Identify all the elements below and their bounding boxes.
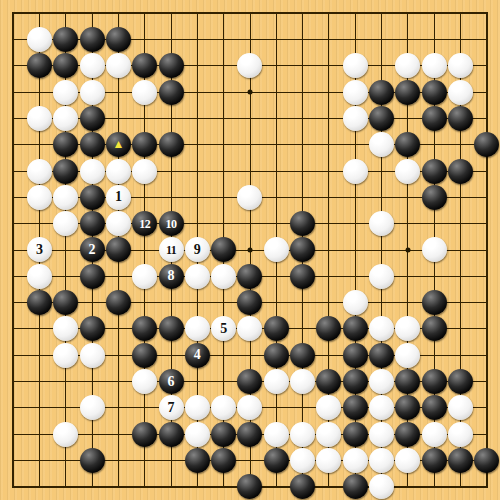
intersection[interactable] <box>395 105 421 131</box>
intersection[interactable] <box>184 105 210 131</box>
intersection[interactable] <box>447 263 473 289</box>
intersection[interactable] <box>0 474 26 500</box>
intersection[interactable] <box>395 79 421 105</box>
intersection[interactable] <box>184 289 210 315</box>
intersection[interactable] <box>421 289 447 315</box>
intersection[interactable] <box>474 105 500 131</box>
intersection[interactable] <box>132 316 158 342</box>
intersection[interactable] <box>79 289 105 315</box>
intersection[interactable] <box>79 184 105 210</box>
intersection[interactable] <box>474 447 500 473</box>
intersection[interactable] <box>132 79 158 105</box>
intersection[interactable] <box>211 421 237 447</box>
intersection[interactable] <box>447 342 473 368</box>
intersection[interactable] <box>184 421 210 447</box>
intersection[interactable] <box>53 184 79 210</box>
intersection[interactable] <box>211 474 237 500</box>
intersection[interactable]: 9 <box>184 237 210 263</box>
intersection[interactable] <box>237 211 263 237</box>
intersection[interactable] <box>237 237 263 263</box>
intersection[interactable] <box>447 368 473 394</box>
intersection[interactable] <box>26 447 52 473</box>
intersection[interactable] <box>26 316 52 342</box>
intersection[interactable] <box>421 237 447 263</box>
intersection[interactable] <box>105 237 131 263</box>
intersection[interactable] <box>0 79 26 105</box>
intersection[interactable] <box>132 0 158 26</box>
intersection[interactable] <box>184 316 210 342</box>
intersection[interactable] <box>79 211 105 237</box>
intersection[interactable] <box>26 132 52 158</box>
intersection[interactable] <box>79 105 105 131</box>
intersection[interactable] <box>395 368 421 394</box>
intersection[interactable] <box>395 474 421 500</box>
intersection[interactable] <box>79 0 105 26</box>
intersection[interactable] <box>0 105 26 131</box>
intersection[interactable] <box>421 421 447 447</box>
intersection[interactable] <box>474 395 500 421</box>
intersection[interactable] <box>53 26 79 52</box>
intersection[interactable] <box>368 263 394 289</box>
intersection[interactable] <box>105 211 131 237</box>
intersection[interactable] <box>289 79 315 105</box>
intersection[interactable] <box>158 421 184 447</box>
intersection[interactable] <box>474 421 500 447</box>
intersection[interactable] <box>184 263 210 289</box>
intersection[interactable] <box>79 263 105 289</box>
intersection[interactable] <box>237 0 263 26</box>
intersection[interactable] <box>0 26 26 52</box>
intersection[interactable] <box>342 289 368 315</box>
intersection[interactable] <box>263 79 289 105</box>
intersection[interactable] <box>316 53 342 79</box>
intersection[interactable] <box>421 184 447 210</box>
intersection[interactable] <box>53 316 79 342</box>
intersection[interactable] <box>53 342 79 368</box>
intersection[interactable] <box>26 474 52 500</box>
intersection[interactable] <box>447 79 473 105</box>
intersection[interactable] <box>211 158 237 184</box>
intersection[interactable] <box>0 53 26 79</box>
intersection[interactable] <box>0 132 26 158</box>
intersection[interactable] <box>447 316 473 342</box>
intersection[interactable] <box>395 289 421 315</box>
intersection[interactable] <box>237 132 263 158</box>
intersection[interactable] <box>421 53 447 79</box>
intersection[interactable] <box>237 184 263 210</box>
intersection[interactable] <box>474 289 500 315</box>
intersection[interactable] <box>395 263 421 289</box>
intersection[interactable] <box>263 237 289 263</box>
intersection[interactable] <box>395 26 421 52</box>
intersection[interactable] <box>158 184 184 210</box>
intersection[interactable] <box>184 158 210 184</box>
intersection[interactable] <box>474 211 500 237</box>
intersection[interactable] <box>237 79 263 105</box>
intersection[interactable] <box>184 184 210 210</box>
intersection[interactable] <box>105 158 131 184</box>
intersection[interactable] <box>447 26 473 52</box>
intersection[interactable] <box>79 26 105 52</box>
intersection[interactable] <box>158 53 184 79</box>
intersection[interactable] <box>211 79 237 105</box>
intersection[interactable] <box>105 447 131 473</box>
intersection[interactable] <box>368 395 394 421</box>
intersection[interactable] <box>26 0 52 26</box>
intersection[interactable]: ▲ <box>105 132 131 158</box>
intersection[interactable] <box>237 368 263 394</box>
intersection[interactable] <box>263 184 289 210</box>
intersection[interactable] <box>158 158 184 184</box>
intersection[interactable] <box>105 26 131 52</box>
intersection[interactable] <box>105 395 131 421</box>
intersection[interactable] <box>342 342 368 368</box>
intersection[interactable] <box>26 105 52 131</box>
intersection[interactable] <box>368 132 394 158</box>
intersection[interactable] <box>79 158 105 184</box>
intersection[interactable] <box>53 158 79 184</box>
intersection[interactable] <box>368 447 394 473</box>
intersection[interactable] <box>105 316 131 342</box>
intersection[interactable] <box>184 211 210 237</box>
intersection[interactable] <box>263 316 289 342</box>
intersection[interactable] <box>421 395 447 421</box>
intersection[interactable] <box>184 132 210 158</box>
intersection[interactable] <box>342 263 368 289</box>
intersection[interactable] <box>316 105 342 131</box>
intersection[interactable] <box>211 53 237 79</box>
intersection[interactable] <box>211 447 237 473</box>
intersection[interactable] <box>447 237 473 263</box>
intersection[interactable]: 12 <box>132 211 158 237</box>
intersection[interactable] <box>474 132 500 158</box>
intersection[interactable] <box>0 263 26 289</box>
intersection[interactable] <box>316 316 342 342</box>
intersection[interactable] <box>0 447 26 473</box>
intersection[interactable] <box>289 289 315 315</box>
intersection[interactable] <box>263 474 289 500</box>
intersection[interactable] <box>79 421 105 447</box>
intersection[interactable] <box>316 211 342 237</box>
intersection[interactable] <box>105 263 131 289</box>
intersection[interactable] <box>211 132 237 158</box>
intersection[interactable] <box>184 53 210 79</box>
intersection[interactable] <box>289 421 315 447</box>
intersection[interactable]: 11 <box>158 237 184 263</box>
intersection[interactable] <box>79 368 105 394</box>
intersection[interactable]: 2 <box>79 237 105 263</box>
intersection[interactable] <box>447 289 473 315</box>
intersection[interactable] <box>447 0 473 26</box>
intersection[interactable] <box>263 26 289 52</box>
intersection[interactable] <box>368 316 394 342</box>
intersection[interactable] <box>395 237 421 263</box>
intersection[interactable] <box>342 447 368 473</box>
intersection[interactable] <box>105 79 131 105</box>
intersection[interactable] <box>211 26 237 52</box>
intersection[interactable] <box>132 53 158 79</box>
intersection[interactable] <box>53 395 79 421</box>
intersection[interactable] <box>263 447 289 473</box>
intersection[interactable] <box>26 158 52 184</box>
intersection[interactable]: 6 <box>158 368 184 394</box>
intersection[interactable] <box>316 395 342 421</box>
intersection[interactable] <box>289 132 315 158</box>
intersection[interactable] <box>53 263 79 289</box>
intersection[interactable] <box>421 368 447 394</box>
intersection[interactable] <box>421 26 447 52</box>
intersection[interactable] <box>237 53 263 79</box>
intersection[interactable] <box>0 421 26 447</box>
intersection[interactable] <box>105 105 131 131</box>
intersection[interactable] <box>447 447 473 473</box>
intersection[interactable] <box>395 211 421 237</box>
intersection[interactable] <box>0 368 26 394</box>
intersection[interactable] <box>447 184 473 210</box>
intersection[interactable] <box>316 79 342 105</box>
intersection[interactable] <box>447 395 473 421</box>
intersection[interactable]: 10 <box>158 211 184 237</box>
intersection[interactable] <box>342 53 368 79</box>
intersection[interactable] <box>53 237 79 263</box>
intersection[interactable] <box>53 79 79 105</box>
intersection[interactable] <box>26 421 52 447</box>
intersection[interactable] <box>0 211 26 237</box>
intersection[interactable] <box>368 474 394 500</box>
intersection[interactable] <box>474 342 500 368</box>
intersection[interactable] <box>158 316 184 342</box>
intersection[interactable] <box>447 474 473 500</box>
intersection[interactable] <box>132 237 158 263</box>
intersection[interactable] <box>289 105 315 131</box>
intersection[interactable] <box>342 368 368 394</box>
intersection[interactable] <box>26 395 52 421</box>
intersection[interactable] <box>342 158 368 184</box>
intersection[interactable] <box>132 263 158 289</box>
intersection[interactable] <box>342 395 368 421</box>
intersection[interactable] <box>0 237 26 263</box>
intersection[interactable] <box>474 26 500 52</box>
intersection[interactable] <box>421 342 447 368</box>
intersection[interactable] <box>237 342 263 368</box>
intersection[interactable] <box>132 105 158 131</box>
intersection[interactable] <box>237 289 263 315</box>
intersection[interactable] <box>263 158 289 184</box>
intersection[interactable] <box>395 447 421 473</box>
intersection[interactable] <box>368 26 394 52</box>
intersection[interactable] <box>79 474 105 500</box>
intersection[interactable] <box>105 0 131 26</box>
intersection[interactable] <box>132 158 158 184</box>
intersection[interactable] <box>421 132 447 158</box>
intersection[interactable] <box>289 53 315 79</box>
intersection[interactable] <box>421 158 447 184</box>
intersection[interactable] <box>263 211 289 237</box>
intersection[interactable] <box>237 316 263 342</box>
intersection[interactable] <box>395 53 421 79</box>
intersection[interactable] <box>289 447 315 473</box>
intersection[interactable] <box>316 474 342 500</box>
intersection[interactable] <box>105 368 131 394</box>
intersection[interactable] <box>289 395 315 421</box>
intersection[interactable]: 4 <box>184 342 210 368</box>
intersection[interactable] <box>132 342 158 368</box>
intersection[interactable] <box>316 447 342 473</box>
intersection[interactable] <box>26 53 52 79</box>
intersection[interactable] <box>132 447 158 473</box>
intersection[interactable] <box>53 368 79 394</box>
intersection[interactable] <box>263 53 289 79</box>
intersection[interactable] <box>474 53 500 79</box>
intersection[interactable] <box>368 184 394 210</box>
intersection[interactable] <box>395 132 421 158</box>
intersection[interactable] <box>316 421 342 447</box>
intersection[interactable] <box>368 237 394 263</box>
intersection[interactable]: 7 <box>158 395 184 421</box>
intersection[interactable] <box>342 421 368 447</box>
intersection[interactable] <box>289 158 315 184</box>
intersection[interactable] <box>237 26 263 52</box>
intersection[interactable] <box>263 105 289 131</box>
intersection[interactable] <box>447 421 473 447</box>
intersection[interactable] <box>79 447 105 473</box>
intersection[interactable] <box>263 342 289 368</box>
intersection[interactable] <box>53 447 79 473</box>
intersection[interactable]: 1 <box>105 184 131 210</box>
intersection[interactable] <box>474 184 500 210</box>
intersection[interactable] <box>474 237 500 263</box>
intersection[interactable] <box>132 289 158 315</box>
intersection[interactable] <box>474 474 500 500</box>
intersection[interactable] <box>395 421 421 447</box>
intersection[interactable] <box>0 342 26 368</box>
intersection[interactable] <box>237 474 263 500</box>
intersection[interactable] <box>368 289 394 315</box>
intersection[interactable] <box>368 342 394 368</box>
intersection[interactable] <box>263 0 289 26</box>
intersection[interactable] <box>184 474 210 500</box>
intersection[interactable] <box>158 447 184 473</box>
intersection[interactable] <box>0 184 26 210</box>
intersection[interactable] <box>395 342 421 368</box>
intersection[interactable] <box>79 342 105 368</box>
intersection[interactable] <box>316 237 342 263</box>
intersection[interactable] <box>342 316 368 342</box>
intersection[interactable] <box>289 26 315 52</box>
intersection[interactable] <box>79 132 105 158</box>
intersection[interactable] <box>368 53 394 79</box>
intersection[interactable] <box>26 26 52 52</box>
intersection[interactable] <box>342 132 368 158</box>
intersection[interactable] <box>211 263 237 289</box>
intersection[interactable] <box>158 79 184 105</box>
intersection[interactable] <box>474 316 500 342</box>
intersection[interactable] <box>211 0 237 26</box>
intersection[interactable] <box>447 105 473 131</box>
intersection[interactable] <box>289 237 315 263</box>
intersection[interactable] <box>0 316 26 342</box>
intersection[interactable] <box>447 132 473 158</box>
intersection[interactable] <box>211 342 237 368</box>
intersection[interactable] <box>158 474 184 500</box>
intersection[interactable] <box>421 211 447 237</box>
intersection[interactable] <box>79 395 105 421</box>
intersection[interactable] <box>237 447 263 473</box>
intersection[interactable] <box>105 342 131 368</box>
intersection[interactable] <box>474 79 500 105</box>
intersection[interactable] <box>184 26 210 52</box>
intersection[interactable] <box>0 0 26 26</box>
intersection[interactable] <box>158 132 184 158</box>
intersection[interactable] <box>447 211 473 237</box>
intersection[interactable] <box>316 0 342 26</box>
intersection[interactable] <box>368 368 394 394</box>
intersection[interactable] <box>263 368 289 394</box>
intersection[interactable] <box>79 53 105 79</box>
intersection[interactable] <box>368 105 394 131</box>
intersection[interactable] <box>132 368 158 394</box>
intersection[interactable] <box>53 421 79 447</box>
intersection[interactable] <box>447 53 473 79</box>
intersection[interactable] <box>342 26 368 52</box>
intersection[interactable]: 3 <box>26 237 52 263</box>
intersection[interactable] <box>53 53 79 79</box>
intersection[interactable] <box>132 395 158 421</box>
intersection[interactable] <box>53 105 79 131</box>
intersection[interactable] <box>79 79 105 105</box>
intersection[interactable] <box>368 421 394 447</box>
intersection[interactable] <box>395 395 421 421</box>
intersection[interactable] <box>316 184 342 210</box>
intersection[interactable] <box>26 184 52 210</box>
intersection[interactable] <box>368 0 394 26</box>
intersection[interactable] <box>263 421 289 447</box>
intersection[interactable] <box>447 158 473 184</box>
intersection[interactable] <box>395 0 421 26</box>
intersection[interactable] <box>184 79 210 105</box>
intersection[interactable] <box>289 0 315 26</box>
intersection[interactable] <box>368 79 394 105</box>
intersection[interactable] <box>53 474 79 500</box>
intersection[interactable] <box>316 342 342 368</box>
intersection[interactable] <box>237 263 263 289</box>
intersection[interactable] <box>395 184 421 210</box>
intersection[interactable] <box>79 316 105 342</box>
intersection[interactable] <box>132 132 158 158</box>
intersection[interactable] <box>342 211 368 237</box>
intersection[interactable] <box>184 0 210 26</box>
intersection[interactable] <box>26 368 52 394</box>
intersection[interactable] <box>132 421 158 447</box>
intersection[interactable] <box>237 158 263 184</box>
intersection[interactable] <box>263 395 289 421</box>
intersection[interactable] <box>421 0 447 26</box>
intersection[interactable] <box>237 105 263 131</box>
intersection[interactable] <box>211 368 237 394</box>
intersection[interactable] <box>184 395 210 421</box>
intersection[interactable] <box>53 289 79 315</box>
intersection[interactable] <box>158 0 184 26</box>
intersection[interactable] <box>421 447 447 473</box>
intersection[interactable] <box>421 105 447 131</box>
intersection[interactable] <box>26 263 52 289</box>
intersection[interactable] <box>211 184 237 210</box>
intersection[interactable] <box>342 105 368 131</box>
intersection[interactable] <box>474 158 500 184</box>
intersection[interactable] <box>289 211 315 237</box>
intersection[interactable] <box>316 132 342 158</box>
intersection[interactable] <box>26 342 52 368</box>
